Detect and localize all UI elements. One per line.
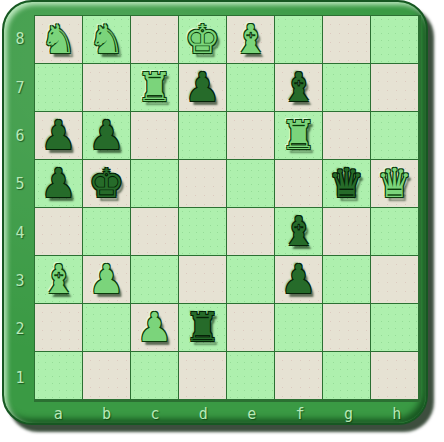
square-a6[interactable]: ♟ (35, 112, 82, 159)
piece-black-pawn[interactable]: ♟ (281, 257, 317, 302)
square-g8[interactable] (323, 16, 370, 63)
square-c1[interactable] (131, 352, 178, 399)
square-c8[interactable] (131, 16, 178, 63)
square-b2[interactable] (83, 304, 130, 351)
piece-black-pawn[interactable]: ♟ (41, 161, 77, 206)
square-b7[interactable] (83, 64, 130, 111)
piece-white-rook[interactable]: ♜ (137, 65, 173, 110)
piece-white-king[interactable]: ♚ (185, 17, 221, 62)
file-label-d: d (179, 402, 227, 426)
square-f4[interactable]: ♝ (275, 208, 322, 255)
square-e5[interactable] (227, 160, 274, 207)
piece-white-bishop[interactable]: ♝ (233, 17, 269, 62)
rank-label-4: 4 (6, 209, 34, 257)
square-h1[interactable] (371, 352, 418, 399)
square-c3[interactable] (131, 256, 178, 303)
rank-labels: 87654321 (6, 15, 34, 402)
piece-black-king[interactable]: ♚ (89, 161, 125, 206)
piece-black-pawn[interactable]: ♟ (41, 113, 77, 158)
piece-black-pawn[interactable]: ♟ (185, 65, 221, 110)
file-label-h: h (373, 402, 421, 426)
square-c6[interactable] (131, 112, 178, 159)
piece-white-knight[interactable]: ♞ (89, 17, 125, 62)
piece-white-bishop[interactable]: ♝ (41, 257, 77, 302)
square-e6[interactable] (227, 112, 274, 159)
square-d6[interactable] (179, 112, 226, 159)
square-a4[interactable] (35, 208, 82, 255)
square-g7[interactable] (323, 64, 370, 111)
piece-white-pawn[interactable]: ♟ (89, 257, 125, 302)
square-e4[interactable] (227, 208, 274, 255)
piece-black-bishop[interactable]: ♝ (281, 65, 317, 110)
rank-label-6: 6 (6, 112, 34, 160)
chess-board: ♞♞♚♝♜♟♝♟♟♜♟♚♛♛♝♝♟♟♟♜ (34, 15, 421, 402)
square-c4[interactable] (131, 208, 178, 255)
square-d2[interactable]: ♜ (179, 304, 226, 351)
square-h7[interactable] (371, 64, 418, 111)
square-b5[interactable]: ♚ (83, 160, 130, 207)
square-b4[interactable] (83, 208, 130, 255)
square-c5[interactable] (131, 160, 178, 207)
square-a2[interactable] (35, 304, 82, 351)
square-c7[interactable]: ♜ (131, 64, 178, 111)
square-f7[interactable]: ♝ (275, 64, 322, 111)
square-f3[interactable]: ♟ (275, 256, 322, 303)
rank-label-7: 7 (6, 63, 34, 111)
rank-label-5: 5 (6, 160, 34, 208)
chess-app: 87654321 ♞♞♚♝♜♟♝♟♟♜♟♚♛♛♝♝♟♟♟♜ abcdefgh (0, 0, 444, 442)
square-g2[interactable] (323, 304, 370, 351)
square-d8[interactable]: ♚ (179, 16, 226, 63)
square-b1[interactable] (83, 352, 130, 399)
square-g3[interactable] (323, 256, 370, 303)
square-g4[interactable] (323, 208, 370, 255)
square-h8[interactable] (371, 16, 418, 63)
square-f1[interactable] (275, 352, 322, 399)
square-d3[interactable] (179, 256, 226, 303)
square-f5[interactable] (275, 160, 322, 207)
square-d4[interactable] (179, 208, 226, 255)
square-d1[interactable] (179, 352, 226, 399)
rank-label-1: 1 (6, 354, 34, 402)
file-label-f: f (276, 402, 324, 426)
square-e8[interactable]: ♝ (227, 16, 274, 63)
file-label-b: b (82, 402, 130, 426)
square-b8[interactable]: ♞ (83, 16, 130, 63)
square-h2[interactable] (371, 304, 418, 351)
square-e2[interactable] (227, 304, 274, 351)
square-g1[interactable] (323, 352, 370, 399)
square-a7[interactable] (35, 64, 82, 111)
piece-white-queen[interactable]: ♛ (377, 161, 413, 206)
rank-label-2: 2 (6, 305, 34, 353)
square-f8[interactable] (275, 16, 322, 63)
file-label-a: a (34, 402, 82, 426)
file-label-g: g (324, 402, 372, 426)
piece-white-knight[interactable]: ♞ (41, 17, 77, 62)
square-h4[interactable] (371, 208, 418, 255)
file-labels: abcdefgh (34, 402, 421, 426)
file-label-e: e (228, 402, 276, 426)
square-c2[interactable]: ♟ (131, 304, 178, 351)
square-f2[interactable] (275, 304, 322, 351)
square-e3[interactable] (227, 256, 274, 303)
file-label-c: c (131, 402, 179, 426)
piece-black-bishop[interactable]: ♝ (281, 209, 317, 254)
square-g5[interactable]: ♛ (323, 160, 370, 207)
square-h5[interactable]: ♛ (371, 160, 418, 207)
piece-black-pawn[interactable]: ♟ (89, 113, 125, 158)
square-e1[interactable] (227, 352, 274, 399)
square-g6[interactable] (323, 112, 370, 159)
rank-label-3: 3 (6, 257, 34, 305)
square-d5[interactable] (179, 160, 226, 207)
square-d7[interactable]: ♟ (179, 64, 226, 111)
square-h3[interactable] (371, 256, 418, 303)
square-e7[interactable] (227, 64, 274, 111)
square-a3[interactable]: ♝ (35, 256, 82, 303)
square-a8[interactable]: ♞ (35, 16, 82, 63)
square-a1[interactable] (35, 352, 82, 399)
square-b6[interactable]: ♟ (83, 112, 130, 159)
square-f6[interactable]: ♜ (275, 112, 322, 159)
rank-label-8: 8 (6, 15, 34, 63)
piece-white-pawn[interactable]: ♟ (137, 305, 173, 350)
square-h6[interactable] (371, 112, 418, 159)
board-frame: 87654321 ♞♞♚♝♜♟♝♟♟♜♟♚♛♛♝♝♟♟♟♜ abcdefgh (2, 0, 428, 425)
piece-white-rook[interactable]: ♜ (281, 113, 317, 158)
piece-black-rook[interactable]: ♜ (185, 305, 221, 350)
piece-black-queen[interactable]: ♛ (329, 161, 365, 206)
square-b3[interactable]: ♟ (83, 256, 130, 303)
square-a5[interactable]: ♟ (35, 160, 82, 207)
